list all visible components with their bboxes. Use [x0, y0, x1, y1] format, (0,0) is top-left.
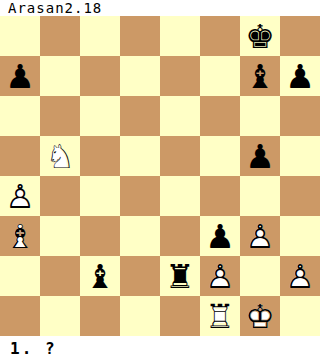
square-e6[interactable]	[160, 96, 200, 136]
square-f2[interactable]: ♟♙	[200, 256, 240, 296]
square-d8[interactable]	[120, 16, 160, 56]
square-b5[interactable]: ♞♘	[40, 136, 80, 176]
chess-board: ♚♟♝♟♞♘♟♟♙♝♗♟♟♙♝♜♟♙♟♙♜♖♚♔	[0, 16, 320, 336]
engine-title: Arasan2.18	[0, 0, 320, 16]
square-a8[interactable]	[0, 16, 40, 56]
square-e1[interactable]	[160, 296, 200, 336]
white-king-fill: ♚	[240, 296, 280, 336]
square-c8[interactable]	[80, 16, 120, 56]
white-pawn: ♙	[0, 176, 40, 216]
white-knight: ♘	[40, 136, 80, 176]
square-h1[interactable]	[280, 296, 320, 336]
square-b2[interactable]	[40, 256, 80, 296]
square-d5[interactable]	[120, 136, 160, 176]
white-pawn-fill: ♟	[280, 256, 320, 296]
square-c4[interactable]	[80, 176, 120, 216]
square-c5[interactable]	[80, 136, 120, 176]
square-h3[interactable]	[280, 216, 320, 256]
white-pawn: ♙	[280, 256, 320, 296]
square-h7[interactable]: ♟	[280, 56, 320, 96]
white-rook: ♖	[200, 296, 240, 336]
square-c6[interactable]	[80, 96, 120, 136]
white-rook-fill: ♜	[200, 296, 240, 336]
square-d6[interactable]	[120, 96, 160, 136]
square-a5[interactable]	[0, 136, 40, 176]
white-bishop-fill: ♝	[0, 216, 40, 256]
square-b8[interactable]	[40, 16, 80, 56]
square-a6[interactable]	[0, 96, 40, 136]
square-f1[interactable]: ♜♖	[200, 296, 240, 336]
square-h5[interactable]	[280, 136, 320, 176]
black-pawn: ♟	[280, 56, 320, 96]
square-f6[interactable]	[200, 96, 240, 136]
square-g8[interactable]: ♚	[240, 16, 280, 56]
square-e7[interactable]	[160, 56, 200, 96]
square-b3[interactable]	[40, 216, 80, 256]
square-f5[interactable]	[200, 136, 240, 176]
white-pawn: ♙	[200, 256, 240, 296]
square-b7[interactable]	[40, 56, 80, 96]
square-d3[interactable]	[120, 216, 160, 256]
square-e5[interactable]	[160, 136, 200, 176]
square-c2[interactable]: ♝	[80, 256, 120, 296]
white-knight-fill: ♞	[40, 136, 80, 176]
square-a7[interactable]: ♟	[0, 56, 40, 96]
square-d4[interactable]	[120, 176, 160, 216]
square-a2[interactable]	[0, 256, 40, 296]
square-a1[interactable]	[0, 296, 40, 336]
white-pawn-fill: ♟	[0, 176, 40, 216]
white-pawn-fill: ♟	[240, 216, 280, 256]
square-c3[interactable]	[80, 216, 120, 256]
black-bishop: ♝	[240, 56, 280, 96]
square-g4[interactable]	[240, 176, 280, 216]
square-g5[interactable]: ♟	[240, 136, 280, 176]
square-f8[interactable]	[200, 16, 240, 56]
square-h8[interactable]	[280, 16, 320, 56]
square-e4[interactable]	[160, 176, 200, 216]
square-e3[interactable]	[160, 216, 200, 256]
move-prompt: 1. ?	[0, 336, 320, 360]
square-g3[interactable]: ♟♙	[240, 216, 280, 256]
black-bishop: ♝	[80, 256, 120, 296]
square-f3[interactable]: ♟	[200, 216, 240, 256]
square-c1[interactable]	[80, 296, 120, 336]
square-h6[interactable]	[280, 96, 320, 136]
square-d7[interactable]	[120, 56, 160, 96]
black-pawn: ♟	[0, 56, 40, 96]
white-bishop: ♗	[0, 216, 40, 256]
square-b1[interactable]	[40, 296, 80, 336]
square-d1[interactable]	[120, 296, 160, 336]
square-h4[interactable]	[280, 176, 320, 216]
white-pawn: ♙	[240, 216, 280, 256]
square-d2[interactable]	[120, 256, 160, 296]
black-rook: ♜	[160, 256, 200, 296]
square-g6[interactable]	[240, 96, 280, 136]
chess-diagram-window: Arasan2.18 ♚♟♝♟♞♘♟♟♙♝♗♟♟♙♝♜♟♙♟♙♜♖♚♔ 1. ?	[0, 0, 320, 360]
square-b6[interactable]	[40, 96, 80, 136]
square-f7[interactable]	[200, 56, 240, 96]
square-h2[interactable]: ♟♙	[280, 256, 320, 296]
square-b4[interactable]	[40, 176, 80, 216]
square-e8[interactable]	[160, 16, 200, 56]
black-king: ♚	[240, 16, 280, 56]
square-e2[interactable]: ♜	[160, 256, 200, 296]
square-f4[interactable]	[200, 176, 240, 216]
square-a4[interactable]: ♟♙	[0, 176, 40, 216]
square-c7[interactable]	[80, 56, 120, 96]
square-g2[interactable]	[240, 256, 280, 296]
square-g1[interactable]: ♚♔	[240, 296, 280, 336]
white-king: ♔	[240, 296, 280, 336]
white-pawn-fill: ♟	[200, 256, 240, 296]
square-a3[interactable]: ♝♗	[0, 216, 40, 256]
black-pawn: ♟	[240, 136, 280, 176]
square-g7[interactable]: ♝	[240, 56, 280, 96]
black-pawn: ♟	[200, 216, 240, 256]
